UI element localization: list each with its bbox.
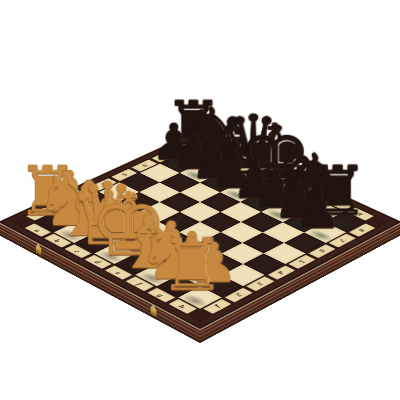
coord-text: 6 <box>317 248 328 253</box>
coord-text: 8 <box>180 145 190 150</box>
coord-text: 4 <box>276 270 287 275</box>
square-g6 <box>263 222 305 243</box>
coord-text: c <box>251 163 260 167</box>
product-photo: abcdefgh8♜♞♝♛♚♝♞♜87♟♟♟♟♟♟♟♟7665544332♟♟♟… <box>0 0 400 400</box>
coord-text: f <box>313 192 322 196</box>
coord-text: 5 <box>297 259 308 264</box>
coord-text: b <box>230 154 240 159</box>
coord-text: 6 <box>140 163 150 168</box>
board-frame-grid: abcdefgh8♜♞♝♛♚♝♞♜87♟♟♟♟♟♟♟♟7665544332♟♟♟… <box>10 135 389 323</box>
coord-text: d <box>93 259 104 264</box>
coord-text: g <box>334 202 344 207</box>
coord-text: 2 <box>234 292 245 298</box>
coord-text: b <box>52 238 63 243</box>
square-e5 <box>200 212 241 232</box>
coord-text: e <box>292 182 301 187</box>
coord-text: 8 <box>357 228 368 233</box>
brass-latch <box>151 306 157 317</box>
coord-text: h <box>355 211 365 216</box>
square-d5 <box>179 202 220 222</box>
coord-text: 7 <box>160 154 170 159</box>
coord-text: a <box>211 145 221 150</box>
piece-shadow <box>76 217 107 233</box>
coord-text: a <box>33 228 44 233</box>
coord-text: g <box>156 292 167 298</box>
coord-text: h <box>177 303 188 309</box>
square-b2: ♟ <box>76 212 117 232</box>
coord-text: d <box>271 173 281 178</box>
coord-text: 1 <box>35 211 45 216</box>
coord-text: 7 <box>337 238 348 243</box>
coord-text: 1 <box>212 304 223 310</box>
coord-text: c <box>73 249 83 254</box>
coord-text: 3 <box>78 192 88 197</box>
square-d4 <box>159 212 200 232</box>
brass-latch <box>36 245 42 256</box>
coord-text: 4 <box>99 182 109 187</box>
coord-text: f <box>135 281 145 286</box>
coord-text: 5 <box>119 173 129 178</box>
coord-text: e <box>113 270 123 275</box>
coord-text: 3 <box>255 281 266 287</box>
chess-board: abcdefgh8♜♞♝♛♚♝♞♜87♟♟♟♟♟♟♟♟7665544332♟♟♟… <box>0 129 400 329</box>
board-top-face: abcdefgh8♜♞♝♛♚♝♞♜87♟♟♟♟♟♟♟♟7665544332♟♟♟… <box>0 129 400 329</box>
coord-text: 2 <box>56 202 66 207</box>
